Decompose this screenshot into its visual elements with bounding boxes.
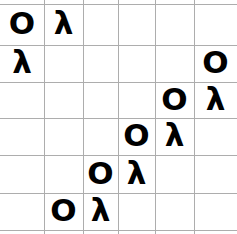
cell-r6c3[interactable]: λ <box>83 193 118 230</box>
cell-r2c2[interactable] <box>44 45 83 82</box>
o-marker: O <box>123 120 149 151</box>
o-marker: O <box>50 195 76 226</box>
cell-r4c6[interactable] <box>194 118 237 155</box>
cell-r2c3[interactable] <box>83 45 118 82</box>
board-cells: OλλOOλOλOλOλ <box>0 4 237 230</box>
cell-r5c3[interactable]: O <box>83 155 118 193</box>
cell-r4c5[interactable]: λ <box>155 118 194 155</box>
cell-r5c5[interactable] <box>155 155 194 193</box>
cell-r2c6[interactable]: O <box>194 45 237 82</box>
cell-r1c5[interactable] <box>155 4 194 45</box>
cell-r4c2[interactable] <box>44 118 83 155</box>
cell-r6c5[interactable] <box>155 193 194 230</box>
cell-r6c2[interactable]: O <box>44 193 83 230</box>
cell-r2c5[interactable] <box>155 45 194 82</box>
lambda-marker: λ <box>91 195 111 226</box>
grid-diagram-board: OλλOOλOλOλOλ <box>0 0 237 234</box>
cell-r1c3[interactable] <box>83 4 118 45</box>
cell-r6c4[interactable] <box>118 193 155 230</box>
cell-r2c1[interactable]: λ <box>0 45 44 82</box>
cell-r6c6[interactable] <box>194 193 237 230</box>
cell-r1c2[interactable]: λ <box>44 4 83 45</box>
cell-r5c1[interactable] <box>0 155 44 193</box>
cell-r5c2[interactable] <box>44 155 83 193</box>
cell-r4c1[interactable] <box>0 118 44 155</box>
o-marker: O <box>87 158 113 189</box>
o-marker: O <box>202 47 228 78</box>
cell-r3c2[interactable] <box>44 82 83 118</box>
cell-r5c4[interactable]: λ <box>118 155 155 193</box>
lambda-marker: λ <box>54 8 74 39</box>
cell-r4c3[interactable] <box>83 118 118 155</box>
cell-r1c4[interactable] <box>118 4 155 45</box>
lambda-marker: λ <box>12 47 32 78</box>
cell-r3c5[interactable]: O <box>155 82 194 118</box>
cell-r6c1[interactable] <box>0 193 44 230</box>
cell-r1c6[interactable] <box>194 4 237 45</box>
cell-r5c6[interactable] <box>194 155 237 193</box>
cell-r4c4[interactable]: O <box>118 118 155 155</box>
lambda-marker: λ <box>206 84 226 115</box>
cell-r2c4[interactable] <box>118 45 155 82</box>
o-marker: O <box>161 84 187 115</box>
lambda-marker: λ <box>165 120 185 151</box>
cell-r3c4[interactable] <box>118 82 155 118</box>
cell-r3c6[interactable]: λ <box>194 82 237 118</box>
cell-r1c1[interactable]: O <box>0 4 44 45</box>
cell-r3c1[interactable] <box>0 82 44 118</box>
cell-r3c3[interactable] <box>83 82 118 118</box>
lambda-marker: λ <box>127 158 147 189</box>
o-marker: O <box>9 8 35 39</box>
